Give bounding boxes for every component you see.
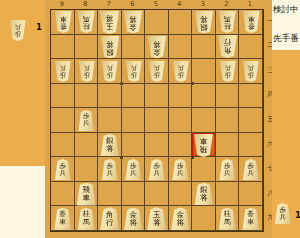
board-zone: 987654321 香車桂馬玉将金将銀将桂馬香車銀将金将角行歩兵歩兵歩兵歩兵歩兵… xyxy=(45,0,272,238)
piece-gote-king[interactable]: 玉将 xyxy=(99,11,120,34)
piece-sente-pawn[interactable]: 歩兵 xyxy=(78,110,96,131)
piece-gote-pawn[interactable]: 歩兵 xyxy=(242,61,260,82)
square-1一[interactable]: 香車 xyxy=(239,10,263,35)
piece-sente-silver[interactable]: 銀将 xyxy=(194,183,214,206)
square-2八[interactable] xyxy=(216,182,240,207)
file-label-8: 8 xyxy=(74,0,98,9)
square-5九[interactable]: 玉将 xyxy=(145,206,169,231)
square-7一[interactable]: 玉将 xyxy=(98,10,122,35)
square-7九[interactable]: 角行 xyxy=(98,206,122,231)
square-6八[interactable] xyxy=(122,182,146,207)
piece-gote-knight[interactable]: 桂馬 xyxy=(77,11,96,33)
piece-gote-pawn[interactable]: 歩兵 xyxy=(78,61,96,82)
piece-gote-pawn[interactable]: 歩兵 xyxy=(172,61,190,82)
piece-gote-lance[interactable]: 香車 xyxy=(54,11,73,33)
square-2二[interactable]: 角行 xyxy=(216,35,240,60)
piece-gote-pawn[interactable]: 歩兵 xyxy=(101,61,119,82)
square-8二[interactable] xyxy=(75,35,99,60)
file-label-5: 5 xyxy=(144,0,168,9)
square-3四[interactable] xyxy=(192,84,216,109)
square-3五[interactable] xyxy=(192,108,216,133)
square-4七[interactable]: 歩兵 xyxy=(169,157,193,182)
piece-gote-bishop[interactable]: 角行 xyxy=(217,35,238,58)
piece-gote-silver[interactable]: 銀将 xyxy=(100,36,120,59)
file-label-2: 2 xyxy=(215,0,239,9)
piece-gote-lance[interactable]: 香車 xyxy=(242,11,261,33)
square-2五[interactable] xyxy=(216,108,240,133)
piece-sente-pawn[interactable]: 歩兵 xyxy=(274,203,292,224)
square-8一[interactable]: 桂馬 xyxy=(75,10,99,35)
square-6二[interactable] xyxy=(122,35,146,60)
sente-hand-pawn-count: 1 xyxy=(295,210,300,220)
square-9六[interactable] xyxy=(51,133,75,158)
square-9九[interactable]: 香車 xyxy=(51,206,75,231)
piece-sente-silver[interactable]: 銀将 xyxy=(100,134,120,157)
piece-sente-pawn[interactable]: 歩兵 xyxy=(172,159,190,180)
square-3七[interactable] xyxy=(192,157,216,182)
square-7五[interactable] xyxy=(98,108,122,133)
square-6九[interactable]: 金将 xyxy=(122,206,146,231)
square-3六[interactable]: 飛車 xyxy=(192,133,216,158)
square-1四[interactable] xyxy=(239,84,263,109)
file-label-4: 4 xyxy=(168,0,192,9)
sente-hand-pawn[interactable]: 歩兵 xyxy=(274,203,292,224)
square-4九[interactable]: 金将 xyxy=(169,206,193,231)
file-label-7: 7 xyxy=(97,0,121,9)
square-3一[interactable]: 銀将 xyxy=(192,10,216,35)
square-6六[interactable] xyxy=(122,133,146,158)
piece-gote-silver[interactable]: 銀将 xyxy=(194,11,214,34)
square-2四[interactable] xyxy=(216,84,240,109)
square-2三[interactable]: 歩兵 xyxy=(216,59,240,84)
gote-hand-pawn[interactable]: 歩兵 xyxy=(9,20,27,41)
square-8五[interactable]: 歩兵 xyxy=(75,108,99,133)
square-1二[interactable] xyxy=(239,35,263,60)
piece-sente-lance[interactable]: 香車 xyxy=(242,208,261,230)
square-9二[interactable] xyxy=(51,35,75,60)
square-8六[interactable] xyxy=(75,133,99,158)
square-2七[interactable]: 歩兵 xyxy=(216,157,240,182)
square-8四[interactable] xyxy=(75,84,99,109)
piece-sente-rook[interactable]: 飛車 xyxy=(76,183,97,206)
square-8八[interactable]: 飛車 xyxy=(75,182,99,207)
file-label-3: 3 xyxy=(191,0,215,9)
piece-sente-bishop[interactable]: 角行 xyxy=(99,207,120,230)
shogi-analysis-screen: 歩兵 1 987654321 香車桂馬玉将金将銀将桂馬香車銀将金将角行歩兵歩兵歩… xyxy=(0,0,300,238)
square-4四[interactable] xyxy=(169,84,193,109)
piece-gote-pawn[interactable]: 歩兵 xyxy=(148,61,166,82)
square-6三[interactable]: 歩兵 xyxy=(122,59,146,84)
square-5三[interactable]: 歩兵 xyxy=(145,59,169,84)
square-1八[interactable] xyxy=(239,182,263,207)
square-6四[interactable] xyxy=(122,84,146,109)
square-9五[interactable] xyxy=(51,108,75,133)
turn-indicator: 先手番 xyxy=(273,33,300,45)
piece-sente-knight[interactable]: 桂馬 xyxy=(218,208,237,230)
square-4三[interactable]: 歩兵 xyxy=(169,59,193,84)
square-4二[interactable] xyxy=(169,35,193,60)
square-6一[interactable]: 金将 xyxy=(122,10,146,35)
right-panel: 検討中 先手番 歩兵 1 xyxy=(272,0,300,238)
square-8七[interactable] xyxy=(75,157,99,182)
square-1三[interactable]: 歩兵 xyxy=(239,59,263,84)
piece-sente-king[interactable]: 玉将 xyxy=(146,207,167,230)
square-5四[interactable] xyxy=(145,84,169,109)
piece-gote-gold[interactable]: 金将 xyxy=(123,11,143,34)
square-5一[interactable] xyxy=(145,10,169,35)
piece-gote-rook[interactable]: 飛車 xyxy=(193,134,214,157)
square-7三[interactable]: 歩兵 xyxy=(98,59,122,84)
board-grid: 香車桂馬玉将金将銀将桂馬香車銀将金将角行歩兵歩兵歩兵歩兵歩兵歩兵歩兵歩兵歩兵銀将… xyxy=(50,9,264,232)
square-9三[interactable]: 歩兵 xyxy=(51,59,75,84)
square-9八[interactable] xyxy=(51,182,75,207)
square-4八[interactable] xyxy=(169,182,193,207)
piece-sente-pawn[interactable]: 歩兵 xyxy=(101,159,119,180)
piece-sente-pawn[interactable]: 歩兵 xyxy=(219,159,237,180)
gote-hand-panel: 歩兵 1 xyxy=(0,0,45,238)
piece-gote-gold[interactable]: 金将 xyxy=(147,36,167,59)
square-3二[interactable] xyxy=(192,35,216,60)
square-7八[interactable] xyxy=(98,182,122,207)
square-6五[interactable] xyxy=(122,108,146,133)
square-4一[interactable] xyxy=(169,10,193,35)
square-1七[interactable]: 歩兵 xyxy=(239,157,263,182)
square-5五[interactable] xyxy=(145,108,169,133)
piece-sente-pawn[interactable]: 歩兵 xyxy=(242,159,260,180)
piece-sente-lance[interactable]: 香車 xyxy=(54,208,73,230)
square-7六[interactable]: 銀将 xyxy=(98,133,122,158)
piece-sente-gold[interactable]: 金将 xyxy=(123,207,143,230)
piece-sente-pawn[interactable]: 歩兵 xyxy=(148,159,166,180)
square-8九[interactable]: 桂馬 xyxy=(75,206,99,231)
piece-sente-pawn[interactable]: 歩兵 xyxy=(54,159,72,180)
square-1九[interactable]: 香車 xyxy=(239,206,263,231)
square-4六[interactable] xyxy=(169,133,193,158)
square-3九[interactable] xyxy=(192,206,216,231)
piece-gote-pawn[interactable]: 歩兵 xyxy=(9,20,27,41)
square-5六[interactable] xyxy=(145,133,169,158)
square-6七[interactable]: 歩兵 xyxy=(122,157,146,182)
file-labels: 987654321 xyxy=(50,0,264,9)
square-1六[interactable] xyxy=(239,133,263,158)
square-7二[interactable]: 銀将 xyxy=(98,35,122,60)
square-1五[interactable] xyxy=(239,108,263,133)
sente-hand-area: 歩兵 1 xyxy=(272,50,300,238)
piece-gote-pawn[interactable]: 歩兵 xyxy=(125,61,143,82)
square-7四[interactable] xyxy=(98,84,122,109)
square-2一[interactable]: 桂馬 xyxy=(216,10,240,35)
file-label-1: 1 xyxy=(238,0,262,9)
square-5七[interactable]: 歩兵 xyxy=(145,157,169,182)
piece-sente-pawn[interactable]: 歩兵 xyxy=(125,159,143,180)
square-2九[interactable]: 桂馬 xyxy=(216,206,240,231)
piece-sente-gold[interactable]: 金将 xyxy=(170,207,190,230)
square-4五[interactable] xyxy=(169,108,193,133)
piece-gote-pawn[interactable]: 歩兵 xyxy=(219,61,237,82)
square-9七[interactable]: 歩兵 xyxy=(51,157,75,182)
square-9四[interactable] xyxy=(51,84,75,109)
gote-hand-pawn-count: 1 xyxy=(36,22,42,32)
status-label: 検討中 xyxy=(273,4,300,16)
gote-hand-area: 歩兵 1 xyxy=(0,0,45,166)
piece-gote-knight[interactable]: 桂馬 xyxy=(218,11,237,33)
square-9一[interactable]: 香車 xyxy=(51,10,75,35)
file-label-9: 9 xyxy=(50,0,74,9)
square-7七[interactable]: 歩兵 xyxy=(98,157,122,182)
square-5八[interactable] xyxy=(145,182,169,207)
piece-gote-pawn[interactable]: 歩兵 xyxy=(54,61,72,82)
square-3八[interactable]: 銀将 xyxy=(192,182,216,207)
piece-sente-knight[interactable]: 桂馬 xyxy=(77,208,96,230)
square-3三[interactable] xyxy=(192,59,216,84)
file-label-6: 6 xyxy=(121,0,145,9)
square-5二[interactable]: 金将 xyxy=(145,35,169,60)
square-8三[interactable]: 歩兵 xyxy=(75,59,99,84)
square-2六[interactable] xyxy=(216,133,240,158)
